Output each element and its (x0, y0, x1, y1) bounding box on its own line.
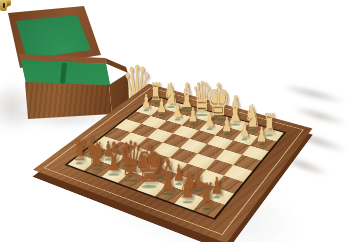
chess-set-product-photo: ♛ ♜♞♝♛♚♝♞♜♟♟♟♟♟♟♟♟♟♟♟♟♟♟♟♟♜♞♝♛♚♝♞♜ (0, 0, 350, 242)
square-h2: ♟ (251, 136, 277, 151)
rosewood-rook-piece: ♜ (180, 179, 234, 210)
boxwood-pawn-piece: ♟ (239, 125, 285, 146)
chess-board: ♜♞♝♛♚♝♞♜♟♟♟♟♟♟♟♟♟♟♟♟♟♟♟♟♜♞♝♛♚♝♞♜ (33, 84, 312, 242)
board-perspective-wrap: ♜♞♝♛♚♝♞♜♟♟♟♟♟♟♟♟♟♟♟♟♟♟♟♟♜♞♝♛♚♝♞♜ (0, 0, 350, 242)
